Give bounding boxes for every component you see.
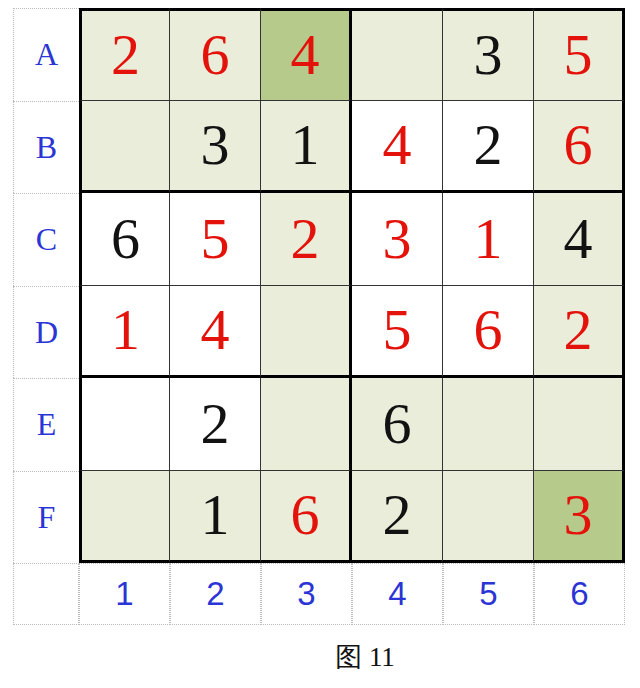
cell-F6[interactable]: 3 xyxy=(534,471,625,564)
cell-E1[interactable] xyxy=(79,378,170,471)
cell-C3[interactable]: 2 xyxy=(261,193,352,286)
cell-E5[interactable] xyxy=(443,378,534,471)
col-label-1: 1 xyxy=(79,563,170,625)
cell-B1[interactable] xyxy=(79,101,170,194)
cell-D2[interactable]: 4 xyxy=(170,286,261,379)
sudoku-board: A26435B31426C652314D14562E26F1623123456 xyxy=(13,8,625,625)
row-label-D: D xyxy=(13,286,79,379)
sudoku-figure: A26435B31426C652314D14562E26F1623123456 … xyxy=(0,0,640,675)
cell-D4[interactable]: 5 xyxy=(352,286,443,379)
col-label-5: 5 xyxy=(443,563,534,625)
cell-D1[interactable]: 1 xyxy=(79,286,170,379)
cell-B3[interactable]: 1 xyxy=(261,101,352,194)
cell-B6[interactable]: 6 xyxy=(534,101,625,194)
figure-caption: 图 11 xyxy=(92,639,638,675)
cell-C6[interactable]: 4 xyxy=(534,193,625,286)
cell-D3[interactable] xyxy=(261,286,352,379)
corner-cell xyxy=(13,563,79,625)
cell-E3[interactable] xyxy=(261,378,352,471)
col-label-2: 2 xyxy=(170,563,261,625)
cell-D6[interactable]: 2 xyxy=(534,286,625,379)
col-label-3: 3 xyxy=(261,563,352,625)
cell-C2[interactable]: 5 xyxy=(170,193,261,286)
cell-D5[interactable]: 6 xyxy=(443,286,534,379)
cell-E2[interactable]: 2 xyxy=(170,378,261,471)
cell-F1[interactable] xyxy=(79,471,170,564)
cell-A3[interactable]: 4 xyxy=(261,8,352,101)
cell-A1[interactable]: 2 xyxy=(79,8,170,101)
cell-A6[interactable]: 5 xyxy=(534,8,625,101)
row-label-C: C xyxy=(13,193,79,286)
cell-F4[interactable]: 2 xyxy=(352,471,443,564)
cell-F2[interactable]: 1 xyxy=(170,471,261,564)
cell-A5[interactable]: 3 xyxy=(443,8,534,101)
col-label-4: 4 xyxy=(352,563,443,625)
col-label-6: 6 xyxy=(534,563,625,625)
cell-F5[interactable] xyxy=(443,471,534,564)
cell-F3[interactable]: 6 xyxy=(261,471,352,564)
cell-C1[interactable]: 6 xyxy=(79,193,170,286)
cell-E6[interactable] xyxy=(534,378,625,471)
cell-C5[interactable]: 1 xyxy=(443,193,534,286)
row-label-E: E xyxy=(13,378,79,471)
cell-B4[interactable]: 4 xyxy=(352,101,443,194)
row-label-F: F xyxy=(13,471,79,564)
row-label-B: B xyxy=(13,101,79,194)
cell-C4[interactable]: 3 xyxy=(352,193,443,286)
cell-E4[interactable]: 6 xyxy=(352,378,443,471)
cell-B2[interactable]: 3 xyxy=(170,101,261,194)
cell-A4[interactable] xyxy=(352,8,443,101)
row-label-A: A xyxy=(13,8,79,101)
cell-A2[interactable]: 6 xyxy=(170,8,261,101)
cell-B5[interactable]: 2 xyxy=(443,101,534,194)
